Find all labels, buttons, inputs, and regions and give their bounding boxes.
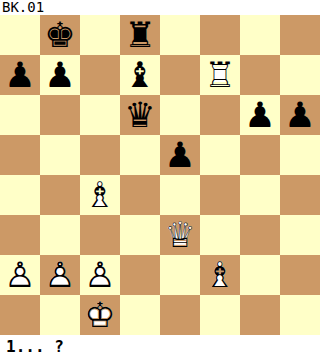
square-c5[interactable] xyxy=(80,135,120,175)
square-e7[interactable] xyxy=(160,55,200,95)
square-e4[interactable] xyxy=(160,175,200,215)
square-g2[interactable] xyxy=(240,255,280,295)
square-b7[interactable]: ♟ xyxy=(40,55,80,95)
square-g4[interactable] xyxy=(240,175,280,215)
square-b2[interactable]: ♟♙ xyxy=(40,255,80,295)
square-g1[interactable] xyxy=(240,295,280,335)
square-a6[interactable] xyxy=(0,95,40,135)
square-c6[interactable] xyxy=(80,95,120,135)
square-b6[interactable] xyxy=(40,95,80,135)
piece-white-pawn[interactable]: ♙ xyxy=(80,255,120,295)
square-c3[interactable] xyxy=(80,215,120,255)
piece-black-rook[interactable]: ♜ xyxy=(120,15,160,55)
square-h1[interactable] xyxy=(280,295,320,335)
square-a3[interactable] xyxy=(0,215,40,255)
square-d8[interactable]: ♜ xyxy=(120,15,160,55)
chess-board: ♚♜♟♟♝♜♖♛♟♟♟♝♗♛♕♟♙♟♙♟♙♝♗♚♔ xyxy=(0,15,320,335)
square-h7[interactable] xyxy=(280,55,320,95)
piece-white-king[interactable]: ♔ xyxy=(80,295,120,335)
square-a5[interactable] xyxy=(0,135,40,175)
square-a7[interactable]: ♟ xyxy=(0,55,40,95)
square-a8[interactable] xyxy=(0,15,40,55)
square-e3[interactable]: ♛♕ xyxy=(160,215,200,255)
square-c4[interactable]: ♝♗ xyxy=(80,175,120,215)
puzzle-id-label: BK.01 xyxy=(0,0,320,15)
square-d2[interactable] xyxy=(120,255,160,295)
piece-black-pawn[interactable]: ♟ xyxy=(240,95,280,135)
square-c7[interactable] xyxy=(80,55,120,95)
square-g3[interactable] xyxy=(240,215,280,255)
square-d3[interactable] xyxy=(120,215,160,255)
square-b5[interactable] xyxy=(40,135,80,175)
square-f1[interactable] xyxy=(200,295,240,335)
square-a1[interactable] xyxy=(0,295,40,335)
piece-white-bishop[interactable]: ♗ xyxy=(200,255,240,295)
square-b3[interactable] xyxy=(40,215,80,255)
square-h4[interactable] xyxy=(280,175,320,215)
piece-black-queen[interactable]: ♛ xyxy=(120,95,160,135)
square-d1[interactable] xyxy=(120,295,160,335)
square-c2[interactable]: ♟♙ xyxy=(80,255,120,295)
square-h6[interactable]: ♟ xyxy=(280,95,320,135)
square-f4[interactable] xyxy=(200,175,240,215)
square-h5[interactable] xyxy=(280,135,320,175)
square-a2[interactable]: ♟♙ xyxy=(0,255,40,295)
piece-black-king[interactable]: ♚ xyxy=(40,15,80,55)
piece-black-pawn[interactable]: ♟ xyxy=(160,135,200,175)
square-f8[interactable] xyxy=(200,15,240,55)
piece-black-bishop[interactable]: ♝ xyxy=(120,55,160,95)
square-h8[interactable] xyxy=(280,15,320,55)
square-e8[interactable] xyxy=(160,15,200,55)
square-d5[interactable] xyxy=(120,135,160,175)
square-d4[interactable] xyxy=(120,175,160,215)
square-f5[interactable] xyxy=(200,135,240,175)
square-b8[interactable]: ♚ xyxy=(40,15,80,55)
square-e6[interactable] xyxy=(160,95,200,135)
square-h2[interactable] xyxy=(280,255,320,295)
square-e5[interactable]: ♟ xyxy=(160,135,200,175)
square-g5[interactable] xyxy=(240,135,280,175)
piece-white-queen[interactable]: ♕ xyxy=(160,215,200,255)
square-g7[interactable] xyxy=(240,55,280,95)
square-a4[interactable] xyxy=(0,175,40,215)
piece-black-pawn[interactable]: ♟ xyxy=(280,95,320,135)
square-b1[interactable] xyxy=(40,295,80,335)
piece-black-pawn[interactable]: ♟ xyxy=(0,55,40,95)
square-d6[interactable]: ♛ xyxy=(120,95,160,135)
piece-white-rook[interactable]: ♖ xyxy=(200,55,240,95)
square-f6[interactable] xyxy=(200,95,240,135)
square-g6[interactable]: ♟ xyxy=(240,95,280,135)
square-c1[interactable]: ♚♔ xyxy=(80,295,120,335)
square-b4[interactable] xyxy=(40,175,80,215)
chess-puzzle-page: BK.01 ♚♜♟♟♝♜♖♛♟♟♟♝♗♛♕♟♙♟♙♟♙♝♗♚♔ 1... ? xyxy=(0,0,320,360)
square-f2[interactable]: ♝♗ xyxy=(200,255,240,295)
square-f3[interactable] xyxy=(200,215,240,255)
piece-black-pawn[interactable]: ♟ xyxy=(40,55,80,95)
square-d7[interactable]: ♝ xyxy=(120,55,160,95)
square-c8[interactable] xyxy=(80,15,120,55)
square-h3[interactable] xyxy=(280,215,320,255)
square-e2[interactable] xyxy=(160,255,200,295)
piece-white-pawn[interactable]: ♙ xyxy=(0,255,40,295)
square-g8[interactable] xyxy=(240,15,280,55)
piece-white-pawn[interactable]: ♙ xyxy=(40,255,80,295)
square-e1[interactable] xyxy=(160,295,200,335)
move-prompt: 1... ? xyxy=(0,335,320,360)
square-f7[interactable]: ♜♖ xyxy=(200,55,240,95)
piece-white-bishop[interactable]: ♗ xyxy=(80,175,120,215)
